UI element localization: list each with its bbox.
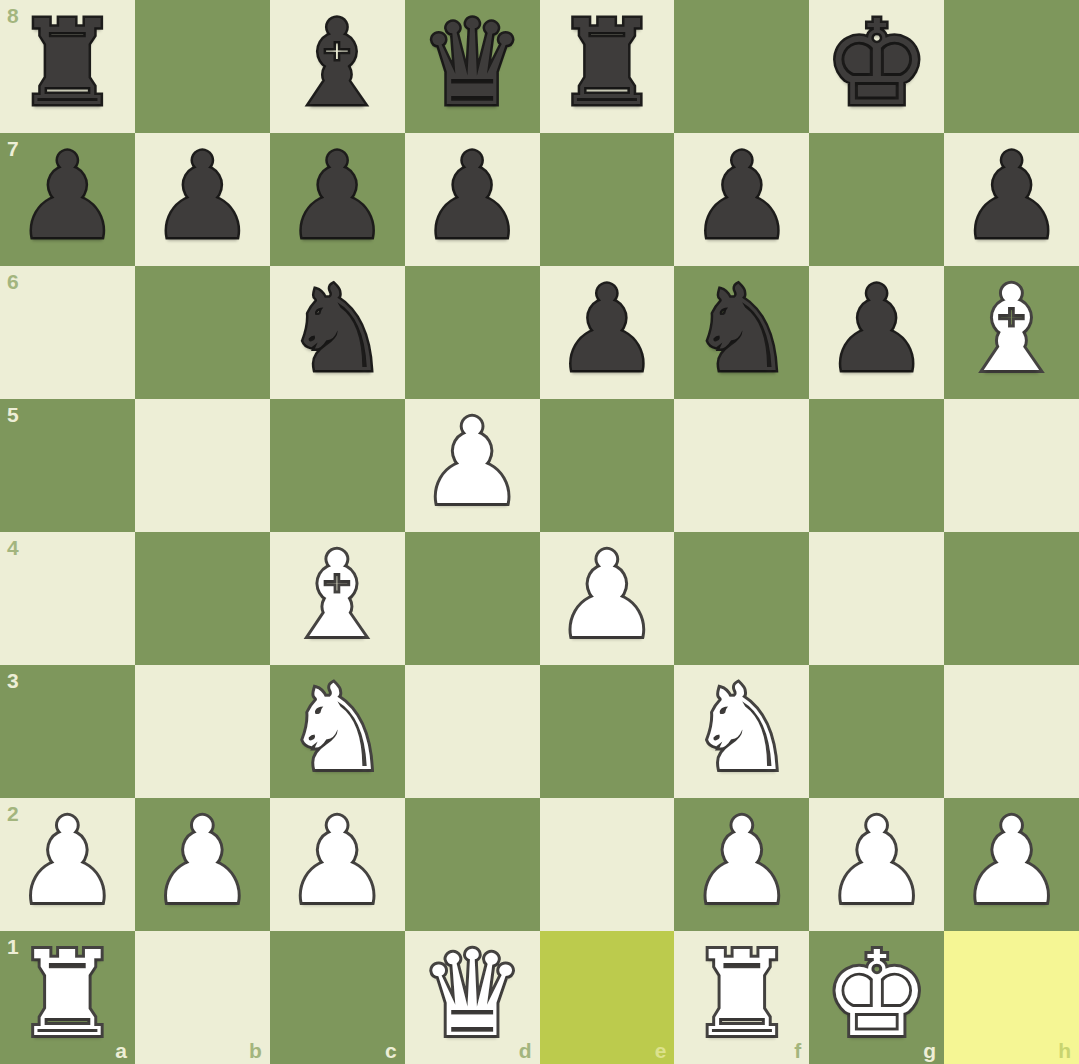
file-label-c: c [385,1040,397,1061]
square-g7[interactable] [809,133,944,266]
square-g1[interactable]: g♚ [809,931,944,1064]
square-b6[interactable] [135,266,270,399]
square-h5[interactable] [944,399,1079,532]
square-e8[interactable]: ♜ [540,0,675,133]
chess-board: 8♜♝♛♜♚7♟♟♟♟♟♟6♞♟♞♟♝5♟4♝♟3♞♞2♟♟♟♟♟♟1a♜bcd… [0,0,1079,1064]
square-h3[interactable] [944,665,1079,798]
square-f3[interactable]: ♞ [674,665,809,798]
square-d2[interactable] [405,798,540,931]
piece-white-knight[interactable]: ♞ [689,669,795,787]
piece-black-rook[interactable]: ♜ [554,4,660,122]
piece-black-pawn[interactable]: ♟ [689,137,795,255]
piece-black-knight[interactable]: ♞ [284,270,390,388]
square-a1[interactable]: 1a♜ [0,931,135,1064]
piece-white-pawn[interactable]: ♟ [284,802,390,920]
piece-white-queen[interactable]: ♛ [419,935,525,1053]
piece-white-pawn[interactable]: ♟ [824,802,930,920]
square-e3[interactable] [540,665,675,798]
square-d4[interactable] [405,532,540,665]
square-c1[interactable]: c [270,931,405,1064]
square-d5[interactable]: ♟ [405,399,540,532]
square-h1[interactable]: h [944,931,1079,1064]
square-g8[interactable]: ♚ [809,0,944,133]
piece-white-rook[interactable]: ♜ [689,935,795,1053]
rank-label-5: 5 [7,404,19,425]
square-f2[interactable]: ♟ [674,798,809,931]
piece-black-rook[interactable]: ♜ [15,4,121,122]
piece-white-pawn[interactable]: ♟ [419,403,525,521]
piece-black-pawn[interactable]: ♟ [284,137,390,255]
square-a5[interactable]: 5 [0,399,135,532]
piece-black-queen[interactable]: ♛ [419,4,525,122]
square-c2[interactable]: ♟ [270,798,405,931]
piece-white-pawn[interactable]: ♟ [149,802,255,920]
piece-black-pawn[interactable]: ♟ [149,137,255,255]
square-e6[interactable]: ♟ [540,266,675,399]
piece-black-pawn[interactable]: ♟ [824,270,930,388]
piece-white-rook[interactable]: ♜ [15,935,121,1053]
piece-white-pawn[interactable]: ♟ [689,802,795,920]
piece-black-king[interactable]: ♚ [824,4,930,122]
file-label-f: f [794,1040,801,1061]
rank-label-6: 6 [7,271,19,292]
rank-label-3: 3 [7,670,19,691]
rank-label-4: 4 [7,537,19,558]
square-f8[interactable] [674,0,809,133]
piece-black-pawn[interactable]: ♟ [15,137,121,255]
square-a8[interactable]: 8♜ [0,0,135,133]
square-g4[interactable] [809,532,944,665]
piece-black-pawn[interactable]: ♟ [419,137,525,255]
square-a2[interactable]: 2♟ [0,798,135,931]
piece-white-bishop[interactable]: ♝ [284,536,390,654]
square-d1[interactable]: d♛ [405,931,540,1064]
square-h7[interactable]: ♟ [944,133,1079,266]
square-c5[interactable] [270,399,405,532]
square-d8[interactable]: ♛ [405,0,540,133]
square-c3[interactable]: ♞ [270,665,405,798]
square-f7[interactable]: ♟ [674,133,809,266]
piece-white-king[interactable]: ♚ [824,935,930,1053]
square-b4[interactable] [135,532,270,665]
square-h8[interactable] [944,0,1079,133]
square-a6[interactable]: 6 [0,266,135,399]
square-a4[interactable]: 4 [0,532,135,665]
piece-white-knight[interactable]: ♞ [284,669,390,787]
square-f1[interactable]: f♜ [674,931,809,1064]
square-b3[interactable] [135,665,270,798]
square-c8[interactable]: ♝ [270,0,405,133]
file-label-h: h [1058,1040,1071,1061]
square-e2[interactable] [540,798,675,931]
square-g3[interactable] [809,665,944,798]
piece-white-pawn[interactable]: ♟ [15,802,121,920]
square-g6[interactable]: ♟ [809,266,944,399]
piece-black-pawn[interactable]: ♟ [554,270,660,388]
square-b2[interactable]: ♟ [135,798,270,931]
piece-white-pawn[interactable]: ♟ [959,802,1065,920]
square-b7[interactable]: ♟ [135,133,270,266]
piece-black-pawn[interactable]: ♟ [959,137,1065,255]
square-a7[interactable]: 7♟ [0,133,135,266]
square-h6[interactable]: ♝ [944,266,1079,399]
square-c4[interactable]: ♝ [270,532,405,665]
square-g2[interactable]: ♟ [809,798,944,931]
square-e4[interactable]: ♟ [540,532,675,665]
square-d6[interactable] [405,266,540,399]
square-b5[interactable] [135,399,270,532]
square-h2[interactable]: ♟ [944,798,1079,931]
file-label-e: e [655,1040,667,1061]
square-g5[interactable] [809,399,944,532]
square-e5[interactable] [540,399,675,532]
square-d7[interactable]: ♟ [405,133,540,266]
piece-black-bishop[interactable]: ♝ [284,4,390,122]
square-f5[interactable] [674,399,809,532]
square-f4[interactable] [674,532,809,665]
piece-black-knight[interactable]: ♞ [689,270,795,388]
piece-white-pawn[interactable]: ♟ [554,536,660,654]
square-e7[interactable] [540,133,675,266]
square-a3[interactable]: 3 [0,665,135,798]
file-label-b: b [249,1040,262,1061]
square-d3[interactable] [405,665,540,798]
square-h4[interactable] [944,532,1079,665]
square-c6[interactable]: ♞ [270,266,405,399]
square-b1[interactable]: b [135,931,270,1064]
piece-white-bishop[interactable]: ♝ [959,270,1065,388]
square-c7[interactable]: ♟ [270,133,405,266]
square-b8[interactable] [135,0,270,133]
square-f6[interactable]: ♞ [674,266,809,399]
square-e1[interactable]: e [540,931,675,1064]
